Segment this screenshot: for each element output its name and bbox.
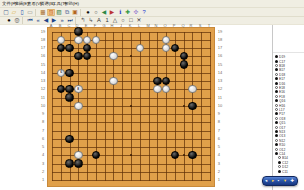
move-number: 8 xyxy=(77,87,79,91)
grid-line-v xyxy=(201,32,202,181)
navigation-toolbar: ●◎⏮«◀▶»⏭↰↳A1△○□✕ xyxy=(0,17,304,25)
coord-number-right: 1 xyxy=(218,177,222,182)
black-move-icon xyxy=(278,170,281,173)
grid-line-v xyxy=(210,32,211,181)
black-stone-R4[interactable] xyxy=(188,151,196,159)
black-stone-C12[interactable] xyxy=(65,85,73,93)
coord-letter-top: N xyxy=(155,23,158,28)
coord-letter-top: B xyxy=(58,23,61,28)
coord-number-left: 11 xyxy=(41,95,45,100)
grid-line-h xyxy=(52,147,211,148)
mark-triangle-icon[interactable]: △ xyxy=(112,18,118,23)
coord-number-left: 9 xyxy=(41,111,45,116)
grid-line-h xyxy=(52,139,211,140)
white-move-icon xyxy=(275,73,278,76)
back-icon[interactable]: ◀ xyxy=(101,9,107,14)
nav-back-icon[interactable]: ◂ xyxy=(265,179,267,183)
coord-number-left: 8 xyxy=(41,120,45,125)
coord-number-left: 19 xyxy=(41,29,45,34)
last-move-icon[interactable]: ⏭ xyxy=(67,18,73,23)
tree-node-C11[interactable]: C11 xyxy=(278,169,296,173)
coord-letter-top: Q xyxy=(181,23,184,28)
white-stone-H13[interactable] xyxy=(109,77,117,85)
black-stone-C3[interactable] xyxy=(65,159,73,167)
coord-letter-top: T xyxy=(208,23,211,28)
white-stone-H16[interactable] xyxy=(109,52,117,60)
nav-more-icon[interactable]: ✚ xyxy=(291,179,295,183)
help-icon[interactable]: ? xyxy=(141,9,147,14)
black-move-icon xyxy=(275,143,278,146)
grid-line-v xyxy=(149,32,150,181)
black-move-icon xyxy=(275,121,278,124)
menu-item-5[interactable]: 帮助(H) xyxy=(64,0,79,6)
coord-number-left: 17 xyxy=(41,45,45,50)
white-stone-R12[interactable] xyxy=(188,85,196,93)
grid-line-v xyxy=(166,32,167,181)
white-stone-tool-icon[interactable]: ○ xyxy=(93,9,99,14)
coord-number-left: 5 xyxy=(41,144,45,149)
white-stone-E18[interactable] xyxy=(83,36,91,44)
black-stone-D3[interactable] xyxy=(74,159,82,167)
play-black-icon[interactable]: ● xyxy=(6,18,12,23)
coord-number-right: 10 xyxy=(218,103,222,108)
black-stone-C11[interactable] xyxy=(65,93,73,101)
copy-icon[interactable]: ⧉ xyxy=(64,9,70,14)
move-number: 6 xyxy=(60,71,62,75)
white-move-icon xyxy=(275,95,278,98)
coord-letter-top: D xyxy=(76,23,79,28)
black-move-icon xyxy=(275,90,278,93)
black-move-icon xyxy=(275,112,278,115)
coord-letter-top: G xyxy=(102,23,105,28)
coord-number-right: 6 xyxy=(218,136,222,141)
black-stone-C14[interactable] xyxy=(65,69,73,77)
grid-line-v xyxy=(157,32,158,181)
floating-nav-bar[interactable]: ◂▸▪▾✚ xyxy=(262,176,298,186)
grid-line-h xyxy=(52,114,211,115)
coord-number-right: 11 xyxy=(218,95,222,100)
coord-number-right: 9 xyxy=(218,111,222,116)
black-stone-P4[interactable] xyxy=(171,151,179,159)
black-move-icon xyxy=(275,60,278,63)
coord-number-left: 3 xyxy=(41,161,45,166)
coord-number-right: 12 xyxy=(218,87,222,92)
fast-forward-icon[interactable]: » xyxy=(59,18,65,23)
black-move-icon xyxy=(275,152,278,155)
black-move-icon xyxy=(278,161,281,164)
board-full-icon[interactable]: ▨ xyxy=(56,9,62,14)
coord-number-right: 5 xyxy=(218,144,222,149)
black-stone-F4[interactable] xyxy=(92,151,100,159)
black-stone-B12[interactable] xyxy=(57,85,65,93)
paste-icon[interactable]: ▣ xyxy=(72,9,78,14)
menu-bar: 文件(F)编辑(E)查看(V)棋谱(B)工具(T)帮助(H) xyxy=(0,0,304,8)
coord-letter-top: K xyxy=(129,23,132,28)
white-move-icon xyxy=(278,156,281,159)
open-folder-icon[interactable]: ▱ xyxy=(11,9,17,14)
coord-letter-top: S xyxy=(199,23,202,28)
coord-letter-top: P xyxy=(172,23,175,28)
black-stone-E16[interactable] xyxy=(83,52,91,60)
info-icon[interactable]: ℹ xyxy=(117,9,123,14)
black-move-icon xyxy=(275,77,278,80)
star-point xyxy=(183,105,185,107)
label-1-icon[interactable]: 1 xyxy=(104,18,110,23)
grid-line-v xyxy=(140,32,141,181)
black-stone-C17[interactable] xyxy=(65,44,73,52)
black-stone-N13[interactable] xyxy=(153,77,161,85)
black-stone-E17[interactable] xyxy=(83,44,91,52)
coord-number-left: 15 xyxy=(41,62,45,67)
grid-line-h xyxy=(52,180,211,181)
branch-down-icon[interactable]: ↳ xyxy=(88,18,94,23)
star-point xyxy=(130,105,132,107)
white-stone-F18[interactable] xyxy=(92,36,100,44)
coord-number-right: 8 xyxy=(218,120,222,125)
coord-number-right: 2 xyxy=(218,169,222,174)
tree-node-label: C11 xyxy=(282,169,288,173)
black-move-icon xyxy=(275,68,278,71)
coord-number-right: 3 xyxy=(218,161,222,166)
coord-number-left: 13 xyxy=(41,78,45,83)
board-view-icon[interactable]: ▦ xyxy=(40,9,46,14)
coord-number-left: 2 xyxy=(41,169,45,174)
white-move-icon xyxy=(275,64,278,67)
white-move-icon xyxy=(278,165,281,168)
black-move-icon xyxy=(275,82,278,85)
main-toolbar-separator xyxy=(35,9,38,16)
tree-divider xyxy=(273,52,304,53)
coord-letter-top: M xyxy=(146,23,149,28)
main-toolbar-separator xyxy=(80,9,83,16)
mark-x-icon[interactable]: ✕ xyxy=(136,18,142,23)
white-move-icon xyxy=(275,139,278,142)
coord-letter-top: J xyxy=(120,23,123,28)
black-move-icon xyxy=(275,55,278,58)
grid-line-h xyxy=(52,122,211,123)
coord-number-left: 10 xyxy=(41,103,45,108)
next-move-icon[interactable]: ▶ xyxy=(51,18,57,23)
main-toolbar: ▢▱▯▭▦▧▨⧉▣●○◀▶ℹ✚✣? xyxy=(0,8,304,17)
white-stone-L17[interactable] xyxy=(136,44,144,52)
black-stone-Q15[interactable] xyxy=(180,60,188,68)
nav-stop-icon[interactable]: ▪ xyxy=(278,179,280,183)
play-white-icon[interactable]: ◎ xyxy=(14,18,20,23)
coord-number-right: 16 xyxy=(218,54,222,59)
nav-toolbar-separator xyxy=(22,17,25,24)
coord-number-left: 18 xyxy=(41,37,45,42)
white-stone-D12[interactable]: 8 xyxy=(74,85,82,93)
forward-icon[interactable]: ▶ xyxy=(109,9,115,14)
grid-line-h xyxy=(52,131,211,132)
black-stone-R10[interactable] xyxy=(188,102,196,110)
black-stone-C6[interactable] xyxy=(65,135,73,143)
coord-number-left: 6 xyxy=(41,136,45,141)
coord-number-left: 4 xyxy=(41,153,45,158)
white-move-icon xyxy=(275,104,278,107)
black-stone-D19[interactable] xyxy=(74,27,82,35)
black-stone-O13[interactable] xyxy=(162,77,170,85)
new-file-icon[interactable]: ▢ xyxy=(3,9,9,14)
black-move-icon xyxy=(275,130,278,133)
coord-number-left: 1 xyxy=(41,177,45,182)
coord-number-right: 17 xyxy=(218,45,222,50)
coord-letter-top: A xyxy=(50,23,53,28)
black-stone-Q16[interactable] xyxy=(180,52,188,60)
white-move-icon xyxy=(275,86,278,89)
white-stone-D18[interactable] xyxy=(74,36,82,44)
tree-icon[interactable]: ✣ xyxy=(133,9,139,14)
white-stone-O18[interactable] xyxy=(162,36,170,44)
white-stone-D4[interactable] xyxy=(74,151,82,159)
white-move-icon xyxy=(275,148,278,151)
coord-letter-top: E xyxy=(85,23,88,28)
coord-number-left: 16 xyxy=(41,54,45,59)
coord-number-right: 14 xyxy=(218,70,222,75)
coord-number-right: 7 xyxy=(218,128,222,133)
save-icon[interactable]: ▯ xyxy=(19,9,25,14)
black-move-icon xyxy=(275,99,278,102)
grid-line-h xyxy=(52,172,211,173)
coord-number-right: 4 xyxy=(218,153,222,158)
coord-number-right: 15 xyxy=(218,62,222,67)
white-move-icon xyxy=(275,108,278,111)
mark-square-icon[interactable]: □ xyxy=(128,18,134,23)
coord-number-right: 13 xyxy=(218,78,222,83)
first-move-icon[interactable]: ⏮ xyxy=(27,18,33,23)
black-stone-D16[interactable] xyxy=(74,52,82,60)
go-board[interactable]: 68 xyxy=(47,27,215,187)
nav-play-icon[interactable]: ▸ xyxy=(272,179,274,183)
white-stone-D10[interactable] xyxy=(74,102,82,110)
white-stone-B18[interactable] xyxy=(57,36,65,44)
coord-number-right: 18 xyxy=(218,37,222,42)
white-stone-B14[interactable]: 6 xyxy=(57,69,65,77)
black-stone-P17[interactable] xyxy=(171,44,179,52)
print-icon[interactable]: ▭ xyxy=(27,9,33,14)
coord-number-left: 12 xyxy=(41,87,45,92)
coord-letter-top: L xyxy=(137,23,140,28)
coord-number-left: 7 xyxy=(41,128,45,133)
coord-number-left: 14 xyxy=(41,70,45,75)
fast-back-icon[interactable]: « xyxy=(35,18,41,23)
white-stone-O17[interactable] xyxy=(162,44,170,52)
mark-circle-icon[interactable]: ○ xyxy=(120,18,126,23)
black-stone-B17[interactable] xyxy=(57,44,65,52)
mark-icon[interactable]: ✚ xyxy=(125,9,131,14)
coord-letter-top: O xyxy=(164,23,167,28)
white-stone-O12[interactable] xyxy=(162,85,170,93)
white-stone-N12[interactable] xyxy=(153,85,161,93)
black-move-icon xyxy=(275,134,278,137)
nav-menu-icon[interactable]: ▾ xyxy=(283,179,285,183)
white-move-icon xyxy=(275,126,278,129)
board-zoom-icon[interactable]: ▧ xyxy=(48,9,54,14)
coord-number-right: 19 xyxy=(218,29,222,34)
branch-up-icon[interactable]: ↰ xyxy=(80,18,86,23)
prev-move-icon[interactable]: ◀ xyxy=(43,18,49,23)
black-stone-tool-icon[interactable]: ● xyxy=(85,9,91,14)
label-a-icon[interactable]: A xyxy=(96,18,102,23)
coord-letter-top: C xyxy=(67,23,70,28)
coord-letter-top: F xyxy=(93,23,96,28)
white-move-icon xyxy=(275,117,278,120)
